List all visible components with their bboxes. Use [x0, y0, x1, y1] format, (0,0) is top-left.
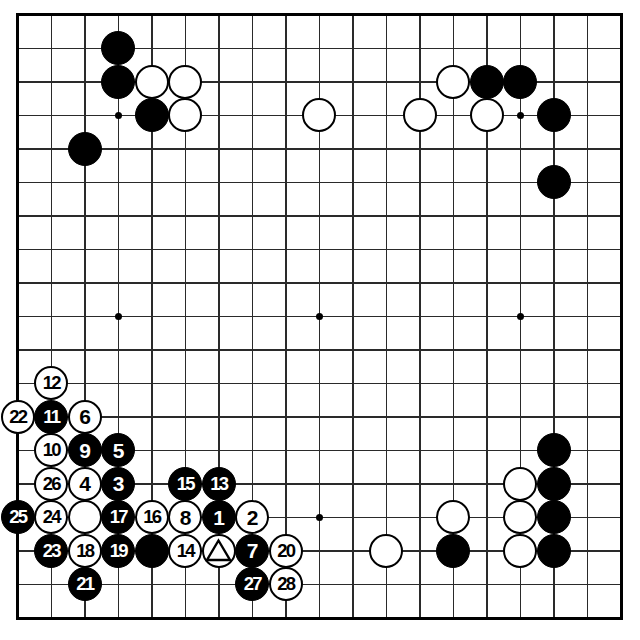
intersection-G13[interactable] — [202, 199, 236, 233]
stone-move-8[interactable]: 8 — [168, 500, 202, 534]
intersection-J13[interactable] — [269, 199, 303, 233]
intersection-B6[interactable]: 10 — [35, 434, 69, 468]
intersection-T6[interactable] — [604, 434, 638, 468]
intersection-P6[interactable] — [470, 434, 504, 468]
intersection-S16[interactable] — [571, 99, 605, 133]
intersection-O7[interactable] — [437, 400, 471, 434]
stone-move-2[interactable]: 2 — [235, 500, 269, 534]
intersection-G5[interactable]: 13 — [202, 467, 236, 501]
stone-black[interactable] — [135, 98, 169, 132]
intersection-S9[interactable] — [571, 333, 605, 367]
intersection-M13[interactable] — [370, 199, 404, 233]
intersection-P1[interactable] — [470, 601, 504, 635]
intersection-A15[interactable] — [1, 132, 35, 166]
intersection-D2[interactable] — [102, 568, 136, 602]
intersection-R8[interactable] — [537, 367, 571, 401]
intersection-M12[interactable] — [370, 233, 404, 267]
stone-move-15[interactable]: 15 — [168, 467, 202, 501]
stone-black[interactable] — [537, 433, 571, 467]
intersection-G6[interactable] — [202, 434, 236, 468]
intersection-K10[interactable] — [303, 300, 337, 334]
intersection-J12[interactable] — [269, 233, 303, 267]
intersection-C3[interactable]: 18 — [68, 534, 102, 568]
intersection-O13[interactable] — [437, 199, 471, 233]
intersection-R12[interactable] — [537, 233, 571, 267]
intersection-J9[interactable] — [269, 333, 303, 367]
intersection-C11[interactable] — [68, 266, 102, 300]
intersection-G8[interactable] — [202, 367, 236, 401]
intersection-E1[interactable] — [135, 601, 169, 635]
stone-move-9[interactable]: 9 — [68, 433, 102, 467]
intersection-E17[interactable] — [135, 65, 169, 99]
intersection-Q14[interactable] — [504, 166, 538, 200]
intersection-C1[interactable] — [68, 601, 102, 635]
intersection-N7[interactable] — [403, 400, 437, 434]
intersection-K12[interactable] — [303, 233, 337, 267]
intersection-B18[interactable] — [35, 32, 69, 66]
intersection-O19[interactable] — [437, 0, 471, 32]
intersection-F19[interactable] — [169, 0, 203, 32]
intersection-R2[interactable] — [537, 568, 571, 602]
stone-white-triangle-marked[interactable] — [202, 534, 236, 568]
stone-move-20[interactable]: 20 — [269, 534, 303, 568]
intersection-T16[interactable] — [604, 99, 638, 133]
intersection-R13[interactable] — [537, 199, 571, 233]
intersection-C4[interactable] — [68, 501, 102, 535]
intersection-Q4[interactable] — [504, 501, 538, 535]
intersection-D5[interactable]: 3 — [102, 467, 136, 501]
intersection-K3[interactable] — [303, 534, 337, 568]
intersection-T7[interactable] — [604, 400, 638, 434]
intersection-B19[interactable] — [35, 0, 69, 32]
intersection-O9[interactable] — [437, 333, 471, 367]
intersection-G16[interactable] — [202, 99, 236, 133]
intersection-L10[interactable] — [336, 300, 370, 334]
intersection-L17[interactable] — [336, 65, 370, 99]
intersection-E15[interactable] — [135, 132, 169, 166]
stone-white[interactable] — [135, 65, 169, 99]
stone-move-21[interactable]: 21 — [68, 567, 102, 601]
intersection-H16[interactable] — [236, 99, 270, 133]
intersection-F13[interactable] — [169, 199, 203, 233]
intersection-Q13[interactable] — [504, 199, 538, 233]
stone-move-23[interactable]: 23 — [34, 534, 68, 568]
intersection-M14[interactable] — [370, 166, 404, 200]
intersection-M4[interactable] — [370, 501, 404, 535]
intersection-C9[interactable] — [68, 333, 102, 367]
intersection-D8[interactable] — [102, 367, 136, 401]
stone-white[interactable] — [403, 98, 437, 132]
intersection-T8[interactable] — [604, 367, 638, 401]
intersection-B14[interactable] — [35, 166, 69, 200]
intersection-T5[interactable] — [604, 467, 638, 501]
intersection-M1[interactable] — [370, 601, 404, 635]
intersection-A18[interactable] — [1, 32, 35, 66]
intersection-D6[interactable]: 5 — [102, 434, 136, 468]
stone-move-25[interactable]: 25 — [1, 500, 35, 534]
intersection-C17[interactable] — [68, 65, 102, 99]
intersection-A2[interactable] — [1, 568, 35, 602]
intersection-E11[interactable] — [135, 266, 169, 300]
intersection-Q16[interactable] — [504, 99, 538, 133]
intersection-N6[interactable] — [403, 434, 437, 468]
stone-move-26[interactable]: 26 — [34, 467, 68, 501]
intersection-N11[interactable] — [403, 266, 437, 300]
stone-black[interactable] — [470, 65, 504, 99]
intersection-D4[interactable]: 17 — [102, 501, 136, 535]
intersection-E3[interactable] — [135, 534, 169, 568]
intersection-P11[interactable] — [470, 266, 504, 300]
intersection-F8[interactable] — [169, 367, 203, 401]
intersection-L4[interactable] — [336, 501, 370, 535]
intersection-H9[interactable] — [236, 333, 270, 367]
intersection-P9[interactable] — [470, 333, 504, 367]
intersection-T4[interactable] — [604, 501, 638, 535]
intersection-P18[interactable] — [470, 32, 504, 66]
intersection-C8[interactable] — [68, 367, 102, 401]
intersection-T14[interactable] — [604, 166, 638, 200]
intersection-T1[interactable] — [604, 601, 638, 635]
intersection-E12[interactable] — [135, 233, 169, 267]
stone-move-11[interactable]: 11 — [34, 400, 68, 434]
intersection-J1[interactable] — [269, 601, 303, 635]
intersection-H12[interactable] — [236, 233, 270, 267]
intersection-A11[interactable] — [1, 266, 35, 300]
intersection-A19[interactable] — [1, 0, 35, 32]
intersection-T11[interactable] — [604, 266, 638, 300]
intersection-B7[interactable]: 11 — [35, 400, 69, 434]
intersection-L19[interactable] — [336, 0, 370, 32]
intersection-A14[interactable] — [1, 166, 35, 200]
intersection-A10[interactable] — [1, 300, 35, 334]
intersection-J5[interactable] — [269, 467, 303, 501]
intersection-M7[interactable] — [370, 400, 404, 434]
intersection-O3[interactable] — [437, 534, 471, 568]
intersection-P14[interactable] — [470, 166, 504, 200]
intersection-S19[interactable] — [571, 0, 605, 32]
intersection-D13[interactable] — [102, 199, 136, 233]
intersection-K15[interactable] — [303, 132, 337, 166]
intersection-K16[interactable] — [303, 99, 337, 133]
intersection-L7[interactable] — [336, 400, 370, 434]
intersection-L11[interactable] — [336, 266, 370, 300]
intersection-G11[interactable] — [202, 266, 236, 300]
intersection-C2[interactable]: 21 — [68, 568, 102, 602]
intersection-E10[interactable] — [135, 300, 169, 334]
intersection-M18[interactable] — [370, 32, 404, 66]
intersection-F4[interactable]: 8 — [169, 501, 203, 535]
stone-black[interactable] — [135, 534, 169, 568]
stone-white[interactable] — [503, 534, 537, 568]
intersection-S12[interactable] — [571, 233, 605, 267]
intersection-O16[interactable] — [437, 99, 471, 133]
intersection-D14[interactable] — [102, 166, 136, 200]
intersection-M6[interactable] — [370, 434, 404, 468]
intersection-L18[interactable] — [336, 32, 370, 66]
intersection-N14[interactable] — [403, 166, 437, 200]
stone-white[interactable] — [436, 65, 470, 99]
stone-move-16[interactable]: 16 — [135, 500, 169, 534]
intersection-P5[interactable] — [470, 467, 504, 501]
intersection-B17[interactable] — [35, 65, 69, 99]
intersection-K8[interactable] — [303, 367, 337, 401]
intersection-G12[interactable] — [202, 233, 236, 267]
intersection-L3[interactable] — [336, 534, 370, 568]
intersection-E9[interactable] — [135, 333, 169, 367]
intersection-D18[interactable] — [102, 32, 136, 66]
intersection-J19[interactable] — [269, 0, 303, 32]
intersection-T17[interactable] — [604, 65, 638, 99]
stone-white[interactable] — [168, 98, 202, 132]
intersection-O5[interactable] — [437, 467, 471, 501]
intersection-Q9[interactable] — [504, 333, 538, 367]
intersection-O17[interactable] — [437, 65, 471, 99]
stone-black[interactable] — [101, 31, 135, 65]
stone-white[interactable] — [168, 65, 202, 99]
intersection-P16[interactable] — [470, 99, 504, 133]
intersection-K17[interactable] — [303, 65, 337, 99]
intersection-T19[interactable] — [604, 0, 638, 32]
intersection-S14[interactable] — [571, 166, 605, 200]
stone-move-12[interactable]: 12 — [34, 366, 68, 400]
intersection-S8[interactable] — [571, 367, 605, 401]
intersection-J7[interactable] — [269, 400, 303, 434]
stone-white[interactable] — [369, 534, 403, 568]
stone-black[interactable] — [101, 65, 135, 99]
intersection-J14[interactable] — [269, 166, 303, 200]
intersection-Q12[interactable] — [504, 233, 538, 267]
intersection-B12[interactable] — [35, 233, 69, 267]
stone-white[interactable] — [436, 500, 470, 534]
intersection-S7[interactable] — [571, 400, 605, 434]
stone-black[interactable] — [68, 132, 102, 166]
intersection-Q10[interactable] — [504, 300, 538, 334]
intersection-Q19[interactable] — [504, 0, 538, 32]
intersection-L1[interactable] — [336, 601, 370, 635]
intersection-A3[interactable] — [1, 534, 35, 568]
intersection-E18[interactable] — [135, 32, 169, 66]
stone-black[interactable] — [537, 165, 571, 199]
intersection-P13[interactable] — [470, 199, 504, 233]
intersection-M9[interactable] — [370, 333, 404, 367]
intersection-J11[interactable] — [269, 266, 303, 300]
stone-move-24[interactable]: 24 — [34, 500, 68, 534]
intersection-L9[interactable] — [336, 333, 370, 367]
intersection-H11[interactable] — [236, 266, 270, 300]
intersection-C16[interactable] — [68, 99, 102, 133]
intersection-K7[interactable] — [303, 400, 337, 434]
intersection-R14[interactable] — [537, 166, 571, 200]
intersection-R16[interactable] — [537, 99, 571, 133]
intersection-T3[interactable] — [604, 534, 638, 568]
intersection-N8[interactable] — [403, 367, 437, 401]
intersection-K14[interactable] — [303, 166, 337, 200]
intersection-M16[interactable] — [370, 99, 404, 133]
intersection-B16[interactable] — [35, 99, 69, 133]
intersection-B9[interactable] — [35, 333, 69, 367]
intersection-G1[interactable] — [202, 601, 236, 635]
intersection-T2[interactable] — [604, 568, 638, 602]
intersection-N18[interactable] — [403, 32, 437, 66]
intersection-K4[interactable] — [303, 501, 337, 535]
intersection-R15[interactable] — [537, 132, 571, 166]
intersection-N10[interactable] — [403, 300, 437, 334]
intersection-F6[interactable] — [169, 434, 203, 468]
stone-white[interactable] — [470, 98, 504, 132]
intersection-J3[interactable]: 20 — [269, 534, 303, 568]
intersection-E2[interactable] — [135, 568, 169, 602]
intersection-H15[interactable] — [236, 132, 270, 166]
intersection-A16[interactable] — [1, 99, 35, 133]
intersection-D17[interactable] — [102, 65, 136, 99]
intersection-C5[interactable]: 4 — [68, 467, 102, 501]
intersection-O10[interactable] — [437, 300, 471, 334]
intersection-S1[interactable] — [571, 601, 605, 635]
intersection-H8[interactable] — [236, 367, 270, 401]
intersection-M17[interactable] — [370, 65, 404, 99]
intersection-Q17[interactable] — [504, 65, 538, 99]
stone-white[interactable] — [68, 500, 102, 534]
intersection-F17[interactable] — [169, 65, 203, 99]
intersection-A17[interactable] — [1, 65, 35, 99]
intersection-R17[interactable] — [537, 65, 571, 99]
intersection-L12[interactable] — [336, 233, 370, 267]
intersection-M5[interactable] — [370, 467, 404, 501]
intersection-C12[interactable] — [68, 233, 102, 267]
intersection-R10[interactable] — [537, 300, 571, 334]
intersection-H18[interactable] — [236, 32, 270, 66]
intersection-L2[interactable] — [336, 568, 370, 602]
intersection-M10[interactable] — [370, 300, 404, 334]
intersection-S6[interactable] — [571, 434, 605, 468]
intersection-Q11[interactable] — [504, 266, 538, 300]
stone-black[interactable] — [503, 65, 537, 99]
intersection-Q1[interactable] — [504, 601, 538, 635]
stone-move-17[interactable]: 17 — [101, 500, 135, 534]
intersection-C14[interactable] — [68, 166, 102, 200]
intersection-B13[interactable] — [35, 199, 69, 233]
intersection-J6[interactable] — [269, 434, 303, 468]
intersection-Q3[interactable] — [504, 534, 538, 568]
intersection-G10[interactable] — [202, 300, 236, 334]
intersection-C6[interactable]: 9 — [68, 434, 102, 468]
intersection-S11[interactable] — [571, 266, 605, 300]
intersection-G9[interactable] — [202, 333, 236, 367]
stone-move-27[interactable]: 27 — [235, 567, 269, 601]
intersection-H2[interactable]: 27 — [236, 568, 270, 602]
intersection-E14[interactable] — [135, 166, 169, 200]
intersection-H13[interactable] — [236, 199, 270, 233]
intersection-H7[interactable] — [236, 400, 270, 434]
intersection-L14[interactable] — [336, 166, 370, 200]
intersection-Q8[interactable] — [504, 367, 538, 401]
stone-move-22[interactable]: 22 — [1, 400, 35, 434]
intersection-R9[interactable] — [537, 333, 571, 367]
intersection-C7[interactable]: 6 — [68, 400, 102, 434]
intersection-H14[interactable] — [236, 166, 270, 200]
intersection-F11[interactable] — [169, 266, 203, 300]
intersection-P19[interactable] — [470, 0, 504, 32]
intersection-G2[interactable] — [202, 568, 236, 602]
stone-black[interactable] — [537, 467, 571, 501]
intersection-Q5[interactable] — [504, 467, 538, 501]
intersection-A8[interactable] — [1, 367, 35, 401]
intersection-A4[interactable]: 25 — [1, 501, 35, 535]
stone-move-3[interactable]: 3 — [101, 467, 135, 501]
intersection-N15[interactable] — [403, 132, 437, 166]
stone-move-19[interactable]: 19 — [101, 534, 135, 568]
intersection-L6[interactable] — [336, 434, 370, 468]
intersection-E8[interactable] — [135, 367, 169, 401]
intersection-T15[interactable] — [604, 132, 638, 166]
intersection-L13[interactable] — [336, 199, 370, 233]
intersection-B15[interactable] — [35, 132, 69, 166]
intersection-S3[interactable] — [571, 534, 605, 568]
intersection-J2[interactable]: 28 — [269, 568, 303, 602]
intersection-T9[interactable] — [604, 333, 638, 367]
intersection-G18[interactable] — [202, 32, 236, 66]
intersection-K6[interactable] — [303, 434, 337, 468]
intersection-A1[interactable] — [1, 601, 35, 635]
intersection-N2[interactable] — [403, 568, 437, 602]
intersection-J10[interactable] — [269, 300, 303, 334]
intersection-J4[interactable] — [269, 501, 303, 535]
intersection-D10[interactable] — [102, 300, 136, 334]
intersection-M11[interactable] — [370, 266, 404, 300]
intersection-H19[interactable] — [236, 0, 270, 32]
stone-move-10[interactable]: 10 — [34, 433, 68, 467]
intersection-D15[interactable] — [102, 132, 136, 166]
intersection-K18[interactable] — [303, 32, 337, 66]
intersection-E4[interactable]: 16 — [135, 501, 169, 535]
stone-move-1[interactable]: 1 — [202, 500, 236, 534]
intersection-D16[interactable] — [102, 99, 136, 133]
stone-move-5[interactable]: 5 — [101, 433, 135, 467]
intersection-O15[interactable] — [437, 132, 471, 166]
intersection-F14[interactable] — [169, 166, 203, 200]
intersection-A6[interactable] — [1, 434, 35, 468]
intersection-M3[interactable] — [370, 534, 404, 568]
intersection-S18[interactable] — [571, 32, 605, 66]
intersection-N4[interactable] — [403, 501, 437, 535]
intersection-H3[interactable]: 7 — [236, 534, 270, 568]
intersection-T10[interactable] — [604, 300, 638, 334]
intersection-F2[interactable] — [169, 568, 203, 602]
intersection-S5[interactable] — [571, 467, 605, 501]
intersection-K1[interactable] — [303, 601, 337, 635]
intersection-N1[interactable] — [403, 601, 437, 635]
intersection-O14[interactable] — [437, 166, 471, 200]
intersection-K2[interactable] — [303, 568, 337, 602]
stone-black[interactable] — [436, 534, 470, 568]
intersection-F3[interactable]: 14 — [169, 534, 203, 568]
intersection-B5[interactable]: 26 — [35, 467, 69, 501]
intersection-G14[interactable] — [202, 166, 236, 200]
intersection-C10[interactable] — [68, 300, 102, 334]
intersection-R7[interactable] — [537, 400, 571, 434]
intersection-F16[interactable] — [169, 99, 203, 133]
stone-move-4[interactable]: 4 — [68, 467, 102, 501]
stone-black[interactable] — [537, 98, 571, 132]
intersection-P12[interactable] — [470, 233, 504, 267]
stone-black[interactable] — [537, 500, 571, 534]
intersection-P7[interactable] — [470, 400, 504, 434]
intersection-R4[interactable] — [537, 501, 571, 535]
intersection-B2[interactable] — [35, 568, 69, 602]
intersection-L5[interactable] — [336, 467, 370, 501]
stone-move-28[interactable]: 28 — [269, 567, 303, 601]
intersection-P15[interactable] — [470, 132, 504, 166]
